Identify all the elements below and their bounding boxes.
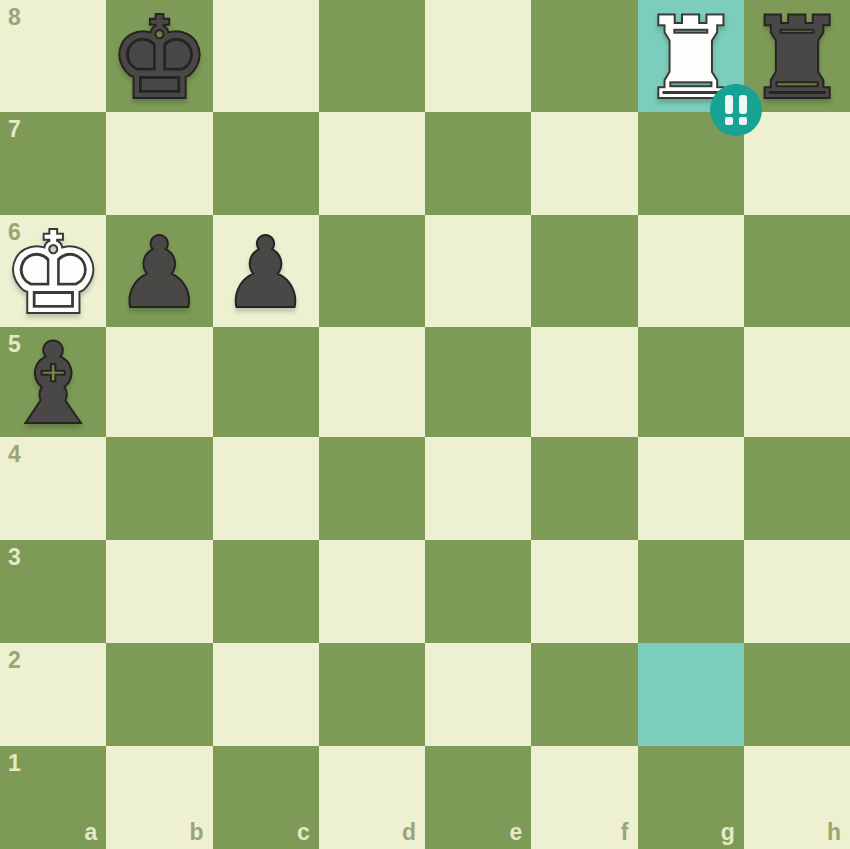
- file-label-h: h: [827, 821, 841, 844]
- rank-label-2: 2: [8, 649, 21, 672]
- square-d5[interactable]: [319, 327, 425, 437]
- file-label-b: b: [189, 821, 203, 844]
- square-b2[interactable]: [106, 643, 212, 746]
- square-h4[interactable]: [744, 437, 850, 540]
- square-b8[interactable]: ♚: [106, 0, 212, 112]
- square-h8[interactable]: ♜: [744, 0, 850, 112]
- rank-label-7: 7: [8, 118, 21, 141]
- square-e8[interactable]: [425, 0, 531, 112]
- square-c2[interactable]: [213, 643, 319, 746]
- square-h1[interactable]: h: [744, 746, 850, 849]
- piece-black-rook[interactable]: ♜: [747, 2, 847, 114]
- square-e3[interactable]: [425, 540, 531, 643]
- square-a1[interactable]: 1a: [0, 746, 106, 849]
- square-h7[interactable]: [744, 112, 850, 215]
- file-label-g: g: [721, 821, 735, 844]
- square-f3[interactable]: [531, 540, 637, 643]
- square-h3[interactable]: [744, 540, 850, 643]
- square-b6[interactable]: ♟: [106, 215, 212, 327]
- square-f4[interactable]: [531, 437, 637, 540]
- square-b3[interactable]: [106, 540, 212, 643]
- file-label-e: e: [509, 821, 522, 844]
- square-f5[interactable]: [531, 327, 637, 437]
- square-e1[interactable]: e: [425, 746, 531, 849]
- square-d4[interactable]: [319, 437, 425, 540]
- piece-white-king[interactable]: ♚: [3, 217, 103, 329]
- file-label-f: f: [621, 821, 629, 844]
- brilliant-move-badge: !!: [710, 84, 762, 136]
- square-c7[interactable]: [213, 112, 319, 215]
- square-a7[interactable]: 7: [0, 112, 106, 215]
- square-f7[interactable]: [531, 112, 637, 215]
- square-a4[interactable]: 4: [0, 437, 106, 540]
- square-f6[interactable]: [531, 215, 637, 327]
- square-f2[interactable]: [531, 643, 637, 746]
- square-c3[interactable]: [213, 540, 319, 643]
- square-a3[interactable]: 3: [0, 540, 106, 643]
- square-c1[interactable]: c: [213, 746, 319, 849]
- square-g8[interactable]: ♜!!: [638, 0, 744, 112]
- square-h2[interactable]: [744, 643, 850, 746]
- square-e6[interactable]: [425, 215, 531, 327]
- square-e5[interactable]: [425, 327, 531, 437]
- rank-label-8: 8: [8, 6, 21, 29]
- square-g6[interactable]: [638, 215, 744, 327]
- square-b7[interactable]: [106, 112, 212, 215]
- square-a8[interactable]: 8: [0, 0, 106, 112]
- rank-label-3: 3: [8, 546, 21, 569]
- square-d8[interactable]: [319, 0, 425, 112]
- file-label-a: a: [84, 821, 97, 844]
- rank-label-1: 1: [8, 752, 21, 775]
- square-d7[interactable]: [319, 112, 425, 215]
- file-label-d: d: [402, 821, 416, 844]
- square-a6[interactable]: 6♚: [0, 215, 106, 327]
- square-d1[interactable]: d: [319, 746, 425, 849]
- square-d3[interactable]: [319, 540, 425, 643]
- piece-black-pawn[interactable]: ♟: [223, 225, 309, 321]
- chess-board: 8♚♜!!♜76♚♟♟5♝4321abcdefgh: [0, 0, 850, 849]
- piece-black-pawn[interactable]: ♟: [116, 225, 202, 321]
- square-g3[interactable]: [638, 540, 744, 643]
- piece-black-king[interactable]: ♚: [109, 2, 209, 114]
- square-f1[interactable]: f: [531, 746, 637, 849]
- square-b1[interactable]: b: [106, 746, 212, 849]
- square-g2[interactable]: [638, 643, 744, 746]
- square-f8[interactable]: [531, 0, 637, 112]
- square-g1[interactable]: g: [638, 746, 744, 849]
- square-e7[interactable]: [425, 112, 531, 215]
- square-b5[interactable]: [106, 327, 212, 437]
- square-b4[interactable]: [106, 437, 212, 540]
- square-g5[interactable]: [638, 327, 744, 437]
- square-d6[interactable]: [319, 215, 425, 327]
- square-h5[interactable]: [744, 327, 850, 437]
- square-c5[interactable]: [213, 327, 319, 437]
- square-a5[interactable]: 5♝: [0, 327, 106, 437]
- square-g4[interactable]: [638, 437, 744, 540]
- exclamation-icon: [725, 95, 733, 125]
- piece-black-bishop[interactable]: ♝: [4, 329, 103, 439]
- square-h6[interactable]: [744, 215, 850, 327]
- square-e2[interactable]: [425, 643, 531, 746]
- exclamation-icon: [739, 95, 747, 125]
- square-c8[interactable]: [213, 0, 319, 112]
- file-label-c: c: [297, 821, 310, 844]
- square-a2[interactable]: 2: [0, 643, 106, 746]
- square-c4[interactable]: [213, 437, 319, 540]
- brilliant-move-label: !!: [735, 110, 736, 111]
- square-c6[interactable]: ♟: [213, 215, 319, 327]
- square-d2[interactable]: [319, 643, 425, 746]
- square-e4[interactable]: [425, 437, 531, 540]
